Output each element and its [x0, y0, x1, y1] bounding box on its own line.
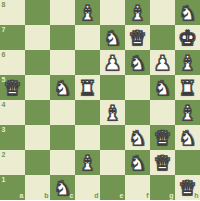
square-e8[interactable]	[100, 0, 125, 25]
square-c2[interactable]	[50, 150, 75, 175]
piece-white-knight[interactable]: ♞	[129, 126, 147, 151]
piece-white-bishop[interactable]: ♝	[129, 1, 147, 26]
square-a6[interactable]: 6	[0, 50, 25, 75]
file-label-f: f	[146, 192, 148, 199]
square-h4[interactable]: ♝	[175, 100, 200, 125]
square-c4[interactable]	[50, 100, 75, 125]
square-h3[interactable]: ♞	[175, 125, 200, 150]
square-e1[interactable]: e	[100, 175, 125, 200]
square-g5[interactable]: ♞	[150, 75, 175, 100]
square-b5[interactable]	[25, 75, 50, 100]
piece-white-queen[interactable]: ♛	[4, 76, 22, 101]
piece-white-bishop[interactable]: ♝	[104, 101, 122, 126]
square-e7[interactable]: ♞	[100, 25, 125, 50]
rank-label-7: 7	[2, 26, 6, 33]
chess-board-container: 8♝♝♞7♞♛♚6♟♞♟♝5♛♞♜♞♜4♝♝3♞♛♞2♝♞♛1abc♞defgh…	[0, 0, 200, 200]
piece-white-pawn[interactable]: ♟	[154, 51, 172, 76]
rank-label-4: 4	[2, 101, 6, 108]
square-a5[interactable]: 5♛	[0, 75, 25, 100]
square-f1[interactable]: f	[125, 175, 150, 200]
square-g2[interactable]: ♛	[150, 150, 175, 175]
file-label-g: g	[169, 192, 173, 199]
square-g4[interactable]	[150, 100, 175, 125]
square-c6[interactable]	[50, 50, 75, 75]
piece-white-knight[interactable]: ♞	[129, 51, 147, 76]
square-d5[interactable]: ♜	[75, 75, 100, 100]
square-g6[interactable]: ♟	[150, 50, 175, 75]
square-d1[interactable]: d	[75, 175, 100, 200]
square-d8[interactable]: ♝	[75, 0, 100, 25]
file-label-d: d	[94, 192, 98, 199]
square-a8[interactable]: 8	[0, 0, 25, 25]
file-label-a: a	[20, 192, 24, 199]
piece-white-rook[interactable]: ♜	[79, 76, 97, 101]
piece-white-knight[interactable]: ♞	[54, 76, 72, 101]
square-h5[interactable]: ♜	[175, 75, 200, 100]
square-h2[interactable]	[175, 150, 200, 175]
square-d7[interactable]	[75, 25, 100, 50]
square-h7[interactable]: ♚	[175, 25, 200, 50]
square-b2[interactable]	[25, 150, 50, 175]
square-e5[interactable]	[100, 75, 125, 100]
square-c1[interactable]: c♞	[50, 175, 75, 200]
square-b7[interactable]	[25, 25, 50, 50]
piece-white-queen[interactable]: ♛	[129, 26, 147, 51]
square-a7[interactable]: 7	[0, 25, 25, 50]
square-b4[interactable]	[25, 100, 50, 125]
square-c3[interactable]	[50, 125, 75, 150]
square-d2[interactable]: ♝	[75, 150, 100, 175]
piece-white-knight[interactable]: ♞	[179, 1, 197, 26]
square-b8[interactable]	[25, 0, 50, 25]
piece-white-bishop[interactable]: ♝	[179, 51, 197, 76]
piece-white-queen[interactable]: ♛	[154, 151, 172, 176]
square-b3[interactable]	[25, 125, 50, 150]
square-d6[interactable]	[75, 50, 100, 75]
square-d3[interactable]	[75, 125, 100, 150]
square-g1[interactable]: g	[150, 175, 175, 200]
square-c5[interactable]: ♞	[50, 75, 75, 100]
piece-white-pawn[interactable]: ♟	[104, 51, 122, 76]
square-f2[interactable]: ♞	[125, 150, 150, 175]
piece-white-queen[interactable]: ♛	[179, 176, 197, 201]
square-a2[interactable]: 2	[0, 150, 25, 175]
chess-board: 8♝♝♞7♞♛♚6♟♞♟♝5♛♞♜♞♜4♝♝3♞♛♞2♝♞♛1abc♞defgh…	[0, 0, 200, 200]
rank-label-2: 2	[2, 151, 6, 158]
piece-white-bishop[interactable]: ♝	[179, 101, 197, 126]
piece-white-knight[interactable]: ♞	[154, 76, 172, 101]
square-f4[interactable]	[125, 100, 150, 125]
square-c8[interactable]	[50, 0, 75, 25]
piece-white-bishop[interactable]: ♝	[79, 151, 97, 176]
square-a4[interactable]: 4	[0, 100, 25, 125]
square-b6[interactable]	[25, 50, 50, 75]
piece-white-knight[interactable]: ♞	[104, 26, 122, 51]
square-e6[interactable]: ♟	[100, 50, 125, 75]
rank-label-1: 1	[2, 176, 6, 183]
rank-label-8: 8	[2, 1, 6, 8]
square-g7[interactable]	[150, 25, 175, 50]
file-label-b: b	[44, 192, 48, 199]
square-d4[interactable]	[75, 100, 100, 125]
square-f7[interactable]: ♛	[125, 25, 150, 50]
square-g3[interactable]: ♛	[150, 125, 175, 150]
piece-white-queen[interactable]: ♛	[154, 126, 172, 151]
file-label-e: e	[120, 192, 124, 199]
square-b1[interactable]: b	[25, 175, 50, 200]
piece-white-knight[interactable]: ♞	[129, 151, 147, 176]
piece-white-bishop[interactable]: ♝	[79, 1, 97, 26]
square-f6[interactable]: ♞	[125, 50, 150, 75]
rank-label-6: 6	[2, 51, 6, 58]
square-h8[interactable]: ♞	[175, 0, 200, 25]
square-e3[interactable]	[100, 125, 125, 150]
square-c7[interactable]	[50, 25, 75, 50]
rank-label-3: 3	[2, 126, 6, 133]
square-f5[interactable]	[125, 75, 150, 100]
square-h1[interactable]: h♛	[175, 175, 200, 200]
piece-white-knight[interactable]: ♞	[179, 126, 197, 151]
square-g8[interactable]	[150, 0, 175, 25]
piece-white-knight[interactable]: ♞	[54, 176, 72, 201]
piece-white-rook[interactable]: ♜	[179, 76, 197, 101]
piece-white-king[interactable]: ♚	[179, 26, 197, 51]
square-a3[interactable]: 3	[0, 125, 25, 150]
square-f8[interactable]: ♝	[125, 0, 150, 25]
square-f3[interactable]: ♞	[125, 125, 150, 150]
square-e2[interactable]	[100, 150, 125, 175]
square-e4[interactable]: ♝	[100, 100, 125, 125]
square-a1[interactable]: 1a	[0, 175, 25, 200]
square-h6[interactable]: ♝	[175, 50, 200, 75]
